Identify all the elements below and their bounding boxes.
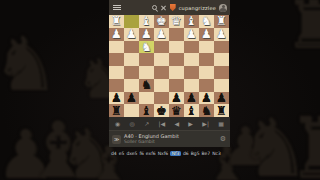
move-token: d6 — [183, 151, 189, 156]
move-token: d4 — [111, 151, 117, 156]
move-token: f6 — [139, 151, 143, 156]
first-move-icon[interactable]: |◀ — [158, 121, 165, 127]
prev-move-icon[interactable]: ◀ — [174, 121, 179, 127]
black-pawn-g7[interactable]: ♟ — [126, 92, 137, 104]
white-king-e1[interactable]: ♚ — [156, 15, 167, 27]
black-bishop-c8[interactable]: ♝ — [186, 105, 197, 117]
square-f3[interactable]: ♞ — [139, 41, 154, 54]
square-a1[interactable]: ♜ — [214, 15, 229, 28]
square-g1[interactable] — [124, 15, 139, 28]
search-icon[interactable] — [152, 5, 158, 11]
bg-rook-right-bottom: ♜ — [286, 106, 320, 180]
membership-shield-badge — [170, 4, 176, 11]
square-d6[interactable] — [169, 79, 184, 92]
move-token: Nxf6 — [158, 151, 168, 156]
square-a5[interactable] — [214, 66, 229, 79]
square-d8[interactable]: ♛ — [169, 104, 184, 117]
square-f1[interactable]: ♝ — [139, 15, 154, 28]
board-options-icon[interactable]: ▦ — [218, 121, 224, 127]
square-c1[interactable]: ♝ — [184, 15, 199, 28]
square-e3[interactable] — [154, 41, 169, 54]
square-e7[interactable] — [154, 92, 169, 105]
white-bishop-c1[interactable]: ♝ — [186, 15, 197, 27]
app-top-bar: cupangrizzlee — [109, 0, 230, 15]
square-h2[interactable]: ♟ — [109, 28, 124, 41]
black-pawn-a7[interactable]: ♟ — [216, 92, 227, 104]
square-h3[interactable] — [109, 41, 124, 54]
black-king-e8[interactable]: ♚ — [156, 105, 167, 117]
square-a8[interactable]: ♜ — [214, 104, 229, 117]
square-c8[interactable]: ♝ — [184, 104, 199, 117]
bg-knight-left-top: ♞ — [0, 26, 58, 100]
opening-book-icon: ≫ — [112, 135, 121, 144]
white-pawn-h2[interactable]: ♟ — [111, 28, 122, 40]
video-frame: ♞♞♟♝♞♝♜♝♟♞♜ cupangrizzlee ♜♝♚♛♝♞♜♟♟♟♟♟♟♟… — [0, 0, 320, 180]
square-d7[interactable]: ♟ — [169, 92, 184, 105]
square-a7[interactable]: ♟ — [214, 92, 229, 105]
move-token: Nc3 — [212, 151, 221, 156]
username[interactable]: cupangrizzlee — [179, 5, 216, 11]
square-f8[interactable]: ♝ — [139, 104, 154, 117]
explorer-icon[interactable]: ◎ — [130, 121, 135, 127]
square-c5[interactable] — [184, 66, 199, 79]
move-list-caption: d4e5dxe5f6exf6Nxf6Nf3d6Bg5Be7Nc3 — [111, 150, 229, 157]
square-d4[interactable] — [169, 53, 184, 66]
square-a6[interactable] — [214, 79, 229, 92]
black-queen-d8[interactable]: ♛ — [171, 105, 182, 117]
square-b1[interactable]: ♞ — [199, 15, 214, 28]
white-queen-d1[interactable]: ♛ — [171, 15, 182, 27]
square-d2[interactable] — [169, 28, 184, 41]
square-d5[interactable] — [169, 66, 184, 79]
square-h6[interactable] — [109, 79, 124, 92]
black-knight-b8[interactable]: ♞ — [201, 105, 212, 117]
analysis-toolbar: ◉◎↗|◀◀▶▶|▦ — [109, 117, 230, 130]
white-pawn-f2[interactable]: ♟ — [141, 28, 152, 40]
square-f7[interactable] — [139, 92, 154, 105]
move-token: exf6 — [146, 151, 156, 156]
swords-icon[interactable] — [161, 5, 167, 11]
square-c3[interactable] — [184, 41, 199, 54]
move-token: dxe5 — [126, 151, 137, 156]
chess-board[interactable]: ♜♝♚♛♝♞♜♟♟♟♟♟♟♟♞♞♟♟♟♟♟♟♜♝♚♛♝♞♜ — [109, 15, 229, 117]
chess-app-screen: cupangrizzlee ♜♝♚♛♝♞♜♟♟♟♟♟♟♟♞♞♟♟♟♟♟♟♜♝♚♛… — [109, 0, 230, 147]
bg-rook-right-top: ♜ — [284, 0, 320, 58]
black-rook-h8[interactable]: ♜ — [111, 105, 122, 117]
black-pawn-c7[interactable]: ♟ — [186, 92, 197, 104]
square-h4[interactable] — [109, 53, 124, 66]
square-c2[interactable]: ♟ — [184, 28, 199, 41]
square-e1[interactable]: ♚ — [154, 15, 169, 28]
white-pawn-g2[interactable]: ♟ — [126, 28, 137, 40]
square-b4[interactable] — [199, 53, 214, 66]
square-c6[interactable] — [184, 79, 199, 92]
square-f2[interactable]: ♟ — [139, 28, 154, 41]
square-g5[interactable] — [124, 66, 139, 79]
square-g8[interactable] — [124, 104, 139, 117]
square-h8[interactable]: ♜ — [109, 104, 124, 117]
square-b6[interactable] — [199, 79, 214, 92]
white-bishop-f1[interactable]: ♝ — [141, 15, 152, 27]
square-a4[interactable] — [214, 53, 229, 66]
black-pawn-d7[interactable]: ♟ — [171, 92, 182, 104]
hamburger-menu-icon[interactable] — [113, 3, 121, 11]
square-e5[interactable] — [154, 66, 169, 79]
opening-variation: Soller Gambit — [124, 139, 179, 145]
black-knight-f6[interactable]: ♞ — [141, 79, 152, 91]
square-g7[interactable]: ♟ — [124, 92, 139, 105]
engine-icon[interactable]: ◉ — [115, 121, 120, 127]
square-g6[interactable] — [124, 79, 139, 92]
square-e2[interactable]: ♟ — [154, 28, 169, 41]
avatar[interactable] — [219, 4, 227, 12]
black-rook-a8[interactable]: ♜ — [216, 105, 227, 117]
square-g2[interactable]: ♟ — [124, 28, 139, 41]
white-pawn-a2[interactable]: ♟ — [216, 28, 227, 40]
square-f4[interactable] — [139, 53, 154, 66]
square-c4[interactable] — [184, 53, 199, 66]
square-a2[interactable]: ♟ — [214, 28, 229, 41]
square-a3[interactable] — [214, 41, 229, 54]
white-pawn-c2[interactable]: ♟ — [186, 28, 197, 40]
square-e4[interactable] — [154, 53, 169, 66]
square-h1[interactable]: ♜ — [109, 15, 124, 28]
move-token: Be7 — [202, 151, 211, 156]
square-b3[interactable] — [199, 41, 214, 54]
square-g4[interactable] — [124, 53, 139, 66]
square-h7[interactable]: ♟ — [109, 92, 124, 105]
square-b7[interactable]: ♟ — [199, 92, 214, 105]
square-b5[interactable] — [199, 66, 214, 79]
square-h5[interactable] — [109, 66, 124, 79]
white-pawn-b2[interactable]: ♟ — [201, 28, 212, 40]
square-f5[interactable] — [139, 66, 154, 79]
square-b8[interactable]: ♞ — [199, 104, 214, 117]
white-rook-a1[interactable]: ♜ — [216, 15, 227, 27]
opening-info-row[interactable]: ≫ A40 · Englund Gambit Soller Gambit ⚙ — [109, 130, 230, 147]
square-d3[interactable] — [169, 41, 184, 54]
white-knight-b1[interactable]: ♞ — [201, 15, 212, 27]
square-f6[interactable]: ♞ — [139, 79, 154, 92]
square-d1[interactable]: ♛ — [169, 15, 184, 28]
square-e6[interactable] — [154, 79, 169, 92]
black-bishop-f8[interactable]: ♝ — [141, 105, 152, 117]
black-pawn-b7[interactable]: ♟ — [201, 92, 212, 104]
square-b2[interactable]: ♟ — [199, 28, 214, 41]
square-c7[interactable]: ♟ — [184, 92, 199, 105]
current-move-token: Nf3 — [170, 151, 181, 156]
share-icon[interactable]: ↗ — [144, 121, 149, 127]
next-move-icon[interactable]: ▶ — [188, 121, 193, 127]
white-pawn-e2[interactable]: ♟ — [156, 28, 167, 40]
last-move-icon[interactable]: ▶| — [202, 121, 209, 127]
square-g3[interactable] — [124, 41, 139, 54]
move-token: e5 — [119, 151, 125, 156]
white-knight-f3[interactable]: ♞ — [141, 41, 152, 53]
square-e8[interactable]: ♚ — [154, 104, 169, 117]
gear-icon[interactable]: ⚙ — [220, 136, 226, 143]
white-rook-h1[interactable]: ♜ — [111, 15, 122, 27]
move-token: Bg5 — [191, 151, 200, 156]
black-pawn-h7[interactable]: ♟ — [111, 92, 122, 104]
